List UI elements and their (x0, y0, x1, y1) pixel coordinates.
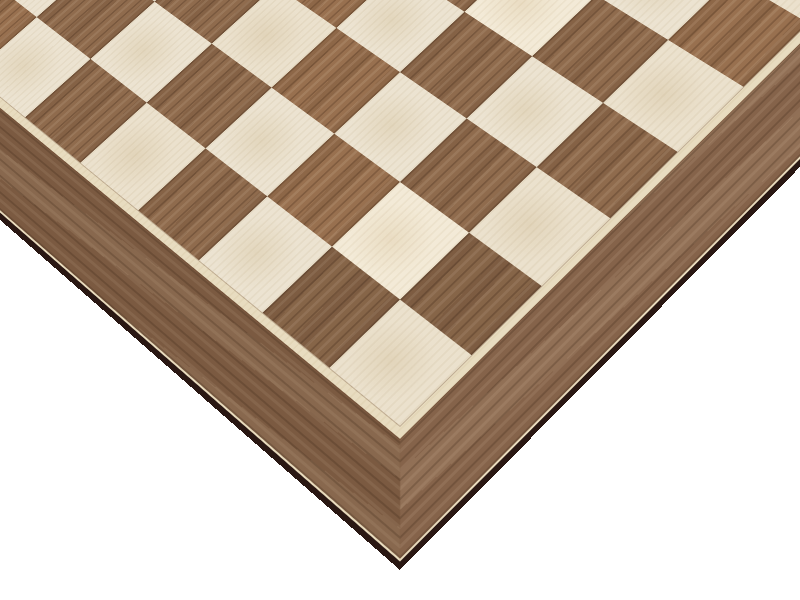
product-photo (0, 0, 800, 600)
chessboard (0, 0, 800, 570)
board-scene (0, 0, 800, 600)
